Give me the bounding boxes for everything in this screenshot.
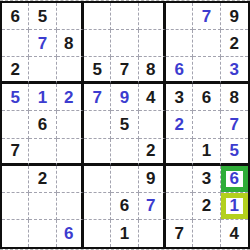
cell-r1c1[interactable]: 6 xyxy=(2,3,29,30)
sudoku-board: 6579782257863512794368652772152936672161… xyxy=(0,1,250,249)
cell-r5c2[interactable]: 6 xyxy=(29,111,56,138)
cell-r6c8[interactable]: 1 xyxy=(193,139,220,166)
cell-r1c8[interactable]: 7 xyxy=(193,3,220,30)
cell-r7c2[interactable]: 2 xyxy=(29,166,56,193)
cell-r8c7[interactable] xyxy=(166,193,193,220)
cell-r2c1[interactable] xyxy=(2,30,29,57)
cell-r3c4[interactable]: 5 xyxy=(84,57,111,84)
cell-r9c9[interactable]: 4 xyxy=(221,220,248,247)
cell-r1c5[interactable] xyxy=(111,3,138,30)
cell-r6c6[interactable]: 2 xyxy=(139,139,166,166)
cell-r4c6[interactable]: 4 xyxy=(139,84,166,111)
cell-r6c9[interactable]: 5 xyxy=(221,139,248,166)
cell-r9c2[interactable] xyxy=(29,220,56,247)
cell-r8c1[interactable] xyxy=(2,193,29,220)
cell-r5c7[interactable]: 2 xyxy=(166,111,193,138)
cell-r7c3[interactable] xyxy=(57,166,84,193)
cell-r7c5[interactable] xyxy=(111,166,138,193)
cell-r4c8[interactable]: 6 xyxy=(193,84,220,111)
cell-r8c4[interactable] xyxy=(84,193,111,220)
cell-r7c7[interactable] xyxy=(166,166,193,193)
cell-r8c6[interactable]: 7 xyxy=(139,193,166,220)
cell-r8c8[interactable]: 2 xyxy=(193,193,220,220)
cell-r2c8[interactable] xyxy=(193,30,220,57)
cell-r7c6[interactable]: 9 xyxy=(139,166,166,193)
cell-r5c9[interactable]: 7 xyxy=(221,111,248,138)
page: 6579782257863512794368652772152936672161… xyxy=(0,0,250,250)
cell-r2c5[interactable] xyxy=(111,30,138,57)
cell-r8c3[interactable] xyxy=(57,193,84,220)
cell-r5c6[interactable] xyxy=(139,111,166,138)
cell-r4c2[interactable]: 1 xyxy=(29,84,56,111)
cell-r6c2[interactable] xyxy=(29,139,56,166)
cell-r7c9[interactable]: 6 xyxy=(221,166,248,193)
cell-r3c8[interactable] xyxy=(193,57,220,84)
cell-r8c9[interactable]: 1 xyxy=(221,193,248,220)
cell-r6c7[interactable] xyxy=(166,139,193,166)
cell-r3c2[interactable] xyxy=(29,57,56,84)
cell-r5c3[interactable] xyxy=(57,111,84,138)
cell-r4c3[interactable]: 2 xyxy=(57,84,84,111)
cell-r6c1[interactable]: 7 xyxy=(2,139,29,166)
cell-r4c9[interactable]: 8 xyxy=(221,84,248,111)
cell-r5c4[interactable] xyxy=(84,111,111,138)
cell-r6c4[interactable] xyxy=(84,139,111,166)
cell-r4c1[interactable]: 5 xyxy=(2,84,29,111)
cell-r3c6[interactable]: 8 xyxy=(139,57,166,84)
cell-r9c8[interactable] xyxy=(193,220,220,247)
cell-r3c7[interactable]: 6 xyxy=(166,57,193,84)
cell-r1c7[interactable] xyxy=(166,3,193,30)
cell-r5c5[interactable]: 5 xyxy=(111,111,138,138)
cell-r9c6[interactable] xyxy=(139,220,166,247)
cell-r2c6[interactable] xyxy=(139,30,166,57)
cell-r6c3[interactable] xyxy=(57,139,84,166)
cell-r4c4[interactable]: 7 xyxy=(84,84,111,111)
cell-r2c9[interactable]: 2 xyxy=(221,30,248,57)
cell-r7c1[interactable] xyxy=(2,166,29,193)
cell-r9c7[interactable]: 7 xyxy=(166,220,193,247)
cell-r1c6[interactable] xyxy=(139,3,166,30)
cell-r3c5[interactable]: 7 xyxy=(111,57,138,84)
cell-r3c9[interactable]: 3 xyxy=(221,57,248,84)
cell-r4c5[interactable]: 9 xyxy=(111,84,138,111)
cell-r8c2[interactable] xyxy=(29,193,56,220)
cell-r1c4[interactable] xyxy=(84,3,111,30)
cell-r3c3[interactable] xyxy=(57,57,84,84)
cell-r4c7[interactable]: 3 xyxy=(166,84,193,111)
cell-r1c2[interactable]: 5 xyxy=(29,3,56,30)
cell-r2c3[interactable]: 8 xyxy=(57,30,84,57)
cell-r1c9[interactable]: 9 xyxy=(221,3,248,30)
cell-r8c5[interactable]: 6 xyxy=(111,193,138,220)
cell-r6c5[interactable] xyxy=(111,139,138,166)
cell-r1c3[interactable] xyxy=(57,3,84,30)
cell-r3c1[interactable]: 2 xyxy=(2,57,29,84)
cell-r7c4[interactable] xyxy=(84,166,111,193)
cell-r9c4[interactable] xyxy=(84,220,111,247)
cell-r5c1[interactable] xyxy=(2,111,29,138)
cell-r2c4[interactable] xyxy=(84,30,111,57)
cell-r5c8[interactable] xyxy=(193,111,220,138)
cell-r9c1[interactable] xyxy=(2,220,29,247)
cell-r9c5[interactable]: 1 xyxy=(111,220,138,247)
cell-r7c8[interactable]: 3 xyxy=(193,166,220,193)
cell-r2c2[interactable]: 7 xyxy=(29,30,56,57)
cell-r2c7[interactable] xyxy=(166,30,193,57)
cell-r9c3[interactable]: 6 xyxy=(57,220,84,247)
